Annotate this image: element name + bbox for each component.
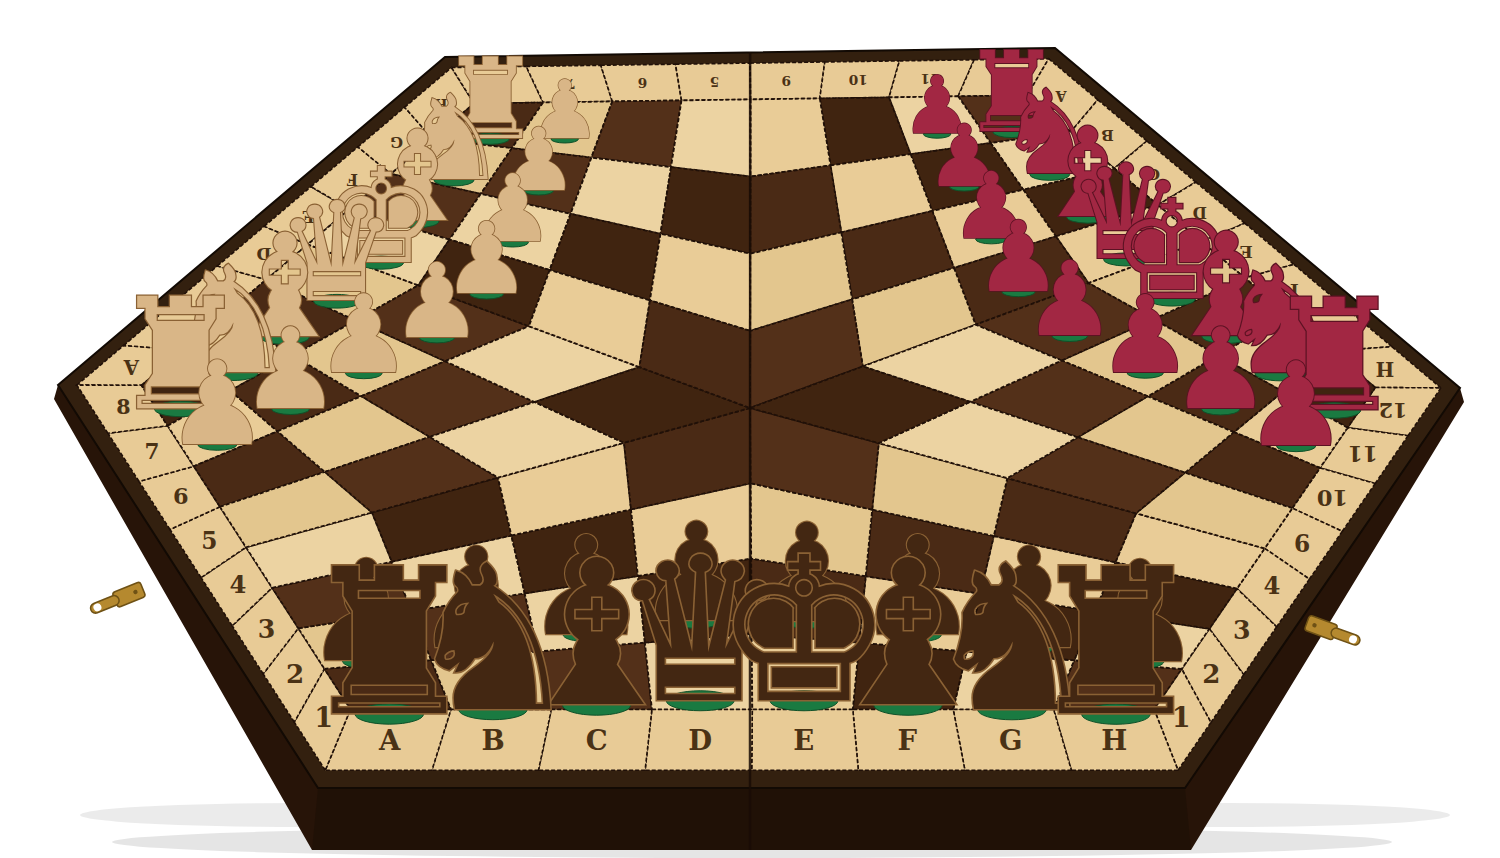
coord-label-right-ranks-3: 3 [1233, 615, 1251, 645]
coord-label-top-ranks-6: 6 [638, 75, 648, 91]
left-clasp-icon [88, 582, 146, 618]
cell[interactable] [751, 98, 831, 176]
coord-label-left-ranks-4: 4 [229, 570, 246, 599]
coord-label-right-ranks-9: 9 [1294, 528, 1310, 556]
three-player-chess-photo: ABCDEFGH87659101112ABCDEFGH12111094321HG… [0, 0, 1500, 858]
three-player-chess-board: ABCDEFGH87659101112ABCDEFGH12111094321HG… [0, 0, 1500, 858]
piece-brown-rook[interactable]: ♜ [299, 525, 480, 761]
piece-white-pawn[interactable]: ♟ [165, 336, 269, 471]
coord-label-left-ranks-3: 3 [258, 614, 276, 644]
coord-label-left-ranks-6: 6 [173, 483, 189, 509]
piece-red-pawn[interactable]: ♟ [1244, 337, 1348, 472]
coord-label-right-ranks-4: 4 [1263, 571, 1280, 600]
coord-label-top-ranks-9: 9 [782, 73, 792, 89]
piece-brown-rook[interactable]: ♜ [1025, 525, 1206, 761]
coord-label-right-ranks-10: 10 [1317, 485, 1348, 511]
coord-label-top-ranks-10: 10 [849, 72, 868, 88]
cell[interactable] [671, 99, 751, 176]
coord-label-left-ranks-5: 5 [201, 527, 217, 554]
coord-label-top-ranks-5: 5 [710, 74, 720, 90]
